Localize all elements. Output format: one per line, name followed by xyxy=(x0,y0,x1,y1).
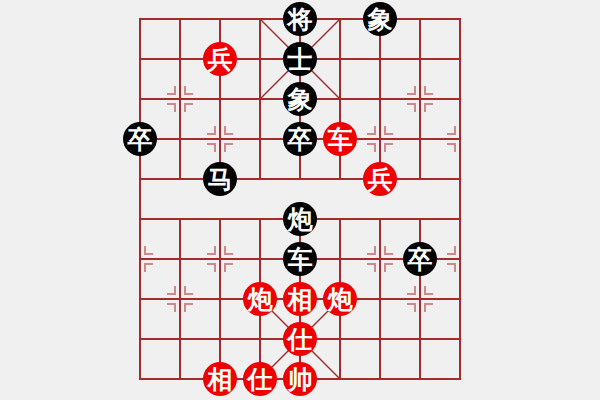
xiangqi-board: 将象兵士象卒卒车马兵炮车卒炮相炮仕相仕帅 xyxy=(0,0,600,400)
piece-red-chariot-1[interactable]: 车 xyxy=(323,122,357,156)
piece-black-general[interactable]: 将 xyxy=(283,2,317,36)
piece-red-elephant-2[interactable]: 相 xyxy=(203,362,237,396)
piece-black-soldier-2[interactable]: 卒 xyxy=(283,122,317,156)
piece-red-soldier-1[interactable]: 兵 xyxy=(203,42,237,76)
piece-black-elephant-1[interactable]: 象 xyxy=(363,2,397,36)
piece-black-cannon-1[interactable]: 炮 xyxy=(283,202,317,236)
piece-red-soldier-2[interactable]: 兵 xyxy=(363,162,397,196)
pieces-layer: 将象兵士象卒卒车马兵炮车卒炮相炮仕相仕帅 xyxy=(120,0,480,399)
piece-red-cannon-1[interactable]: 炮 xyxy=(243,282,277,316)
piece-black-chariot-1[interactable]: 车 xyxy=(283,242,317,276)
piece-black-soldier-3[interactable]: 卒 xyxy=(403,242,437,276)
piece-red-elephant-1[interactable]: 相 xyxy=(283,282,317,316)
piece-black-advisor-1[interactable]: 士 xyxy=(283,42,317,76)
piece-black-soldier-1[interactable]: 卒 xyxy=(123,122,157,156)
piece-red-advisor-2[interactable]: 仕 xyxy=(243,362,277,396)
piece-red-advisor-1[interactable]: 仕 xyxy=(283,322,317,356)
piece-black-horse-1[interactable]: 马 xyxy=(203,162,237,196)
piece-red-general[interactable]: 帅 xyxy=(283,362,317,396)
piece-black-elephant-2[interactable]: 象 xyxy=(283,82,317,116)
piece-red-cannon-2[interactable]: 炮 xyxy=(323,282,357,316)
